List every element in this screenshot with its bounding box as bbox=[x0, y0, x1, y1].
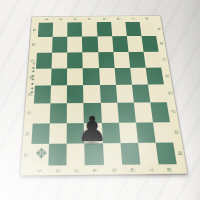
square-r6c2[interactable] bbox=[50, 103, 67, 122]
square-r4c3[interactable] bbox=[67, 68, 83, 85]
square-r1c6[interactable] bbox=[111, 22, 127, 37]
square-r1c2[interactable] bbox=[53, 22, 68, 37]
square-r4c4[interactable] bbox=[83, 68, 99, 85]
square-r8c2[interactable] bbox=[48, 143, 66, 165]
chess-board: 12345678 12345678 ABCDEFGH ABCDEFGH ©▪▪▪… bbox=[20, 16, 187, 176]
square-r8c8[interactable] bbox=[155, 142, 176, 164]
square-r4c2[interactable] bbox=[51, 68, 67, 85]
square-r7c8[interactable] bbox=[153, 122, 173, 143]
square-r5c1[interactable] bbox=[34, 85, 51, 103]
board-border: 12345678 12345678 ABCDEFGH ABCDEFGH ©▪▪▪… bbox=[20, 16, 187, 176]
square-r5c8[interactable] bbox=[148, 84, 167, 102]
square-r6c8[interactable] bbox=[150, 102, 170, 121]
square-r8c6[interactable] bbox=[120, 143, 140, 165]
maker-emblem-icon: ✥ bbox=[30, 144, 51, 162]
square-r2c3[interactable] bbox=[67, 37, 82, 52]
square-r3c1[interactable] bbox=[36, 52, 52, 68]
square-r6c1[interactable] bbox=[33, 104, 51, 123]
square-r1c3[interactable] bbox=[68, 22, 83, 37]
square-r1c5[interactable] bbox=[96, 22, 111, 37]
square-r4c5[interactable] bbox=[99, 68, 116, 85]
square-r7c1[interactable] bbox=[31, 123, 49, 144]
square-r2c1[interactable] bbox=[37, 37, 53, 52]
square-r4c6[interactable] bbox=[114, 68, 131, 85]
square-r1c8[interactable] bbox=[140, 22, 157, 36]
square-r7c6[interactable] bbox=[119, 122, 138, 143]
square-r5c6[interactable] bbox=[116, 85, 134, 103]
square-r6c6[interactable] bbox=[117, 103, 136, 122]
square-r7c2[interactable] bbox=[49, 123, 67, 144]
square-r5c4[interactable] bbox=[83, 85, 100, 103]
photo-scene: 12345678 12345678 ABCDEFGH ABCDEFGH ©▪▪▪… bbox=[0, 0, 200, 200]
square-r3c4[interactable] bbox=[83, 52, 99, 68]
square-r3c8[interactable] bbox=[143, 51, 161, 67]
square-r3c2[interactable] bbox=[52, 52, 68, 68]
square-r2c2[interactable] bbox=[52, 37, 67, 52]
square-r2c5[interactable] bbox=[97, 36, 113, 51]
square-r4c1[interactable] bbox=[35, 68, 52, 85]
square-r1c1[interactable] bbox=[38, 23, 53, 38]
square-r3c5[interactable] bbox=[98, 52, 114, 68]
square-r3c6[interactable] bbox=[113, 52, 130, 68]
square-r2c8[interactable] bbox=[141, 36, 158, 51]
square-r2c4[interactable] bbox=[82, 37, 98, 52]
square-r5c5[interactable] bbox=[100, 85, 118, 103]
square-r5c2[interactable] bbox=[51, 85, 68, 103]
square-r3c3[interactable] bbox=[67, 52, 83, 68]
coordinate-labels-bottom: 12345678 bbox=[30, 165, 179, 175]
square-r2c6[interactable] bbox=[112, 36, 128, 51]
square-r5c3[interactable] bbox=[67, 85, 84, 103]
square-r4c8[interactable] bbox=[146, 67, 164, 84]
black-pawn[interactable]: ♟ bbox=[77, 112, 105, 146]
square-r1c4[interactable] bbox=[82, 22, 97, 37]
